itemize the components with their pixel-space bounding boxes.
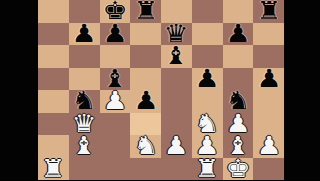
square-e6[interactable]: ♝ — [161, 45, 192, 68]
square-h2[interactable]: ♟ — [253, 135, 284, 158]
piece-white-rook[interactable]: ♜ — [41, 156, 66, 180]
square-f5[interactable]: ♟ — [192, 68, 223, 91]
piece-white-pawn[interactable]: ♟ — [102, 88, 127, 113]
piece-black-rook[interactable]: ♜ — [256, 0, 281, 23]
square-d2[interactable]: ♞ — [130, 135, 161, 158]
square-c4[interactable]: ♟ — [100, 90, 131, 113]
piece-black-pawn[interactable]: ♟ — [133, 88, 158, 113]
piece-black-pawn[interactable]: ♟ — [256, 66, 281, 91]
square-f1[interactable]: ♜ — [192, 158, 223, 181]
piece-black-bishop[interactable]: ♝ — [164, 43, 189, 68]
square-h4[interactable] — [253, 90, 284, 113]
square-h1[interactable] — [253, 158, 284, 181]
square-a1[interactable]: ♜ — [38, 158, 69, 181]
square-f7[interactable] — [192, 23, 223, 46]
piece-white-bishop[interactable]: ♝ — [72, 133, 97, 158]
square-a6[interactable] — [38, 45, 69, 68]
square-c1[interactable] — [100, 158, 131, 181]
square-g7[interactable]: ♟ — [223, 23, 254, 46]
square-a5[interactable] — [38, 68, 69, 91]
square-f8[interactable] — [192, 0, 223, 23]
piece-white-king[interactable]: ♚ — [225, 156, 250, 180]
square-c2[interactable] — [100, 135, 131, 158]
square-d1[interactable] — [130, 158, 161, 181]
square-b7[interactable]: ♟ — [69, 23, 100, 46]
square-h5[interactable]: ♟ — [253, 68, 284, 91]
square-a7[interactable] — [38, 23, 69, 46]
piece-white-rook[interactable]: ♜ — [195, 156, 220, 180]
square-g6[interactable] — [223, 45, 254, 68]
letterbox-right — [284, 0, 320, 180]
piece-black-pawn[interactable]: ♟ — [72, 21, 97, 46]
piece-black-pawn[interactable]: ♟ — [195, 66, 220, 91]
letterbox-left — [0, 0, 38, 180]
square-d4[interactable]: ♟ — [130, 90, 161, 113]
video-frame: ♚♜♜♟♟♛♟♝♝♟♟♞♟♟♞♛♞♟♝♞♟♟♝♟♜♜♚ — [0, 0, 320, 180]
square-e2[interactable]: ♟ — [161, 135, 192, 158]
square-b6[interactable] — [69, 45, 100, 68]
square-e1[interactable] — [161, 158, 192, 181]
square-d8[interactable]: ♜ — [130, 0, 161, 23]
square-b1[interactable] — [69, 158, 100, 181]
piece-black-pawn[interactable]: ♟ — [102, 21, 127, 46]
piece-white-knight[interactable]: ♞ — [133, 133, 158, 158]
square-c3[interactable] — [100, 113, 131, 136]
square-a3[interactable] — [38, 113, 69, 136]
piece-black-rook[interactable]: ♜ — [133, 0, 158, 23]
square-a8[interactable] — [38, 0, 69, 23]
square-a4[interactable] — [38, 90, 69, 113]
piece-black-pawn[interactable]: ♟ — [225, 21, 250, 46]
square-e5[interactable] — [161, 68, 192, 91]
piece-white-pawn[interactable]: ♟ — [164, 133, 189, 158]
square-c7[interactable]: ♟ — [100, 23, 131, 46]
square-h8[interactable]: ♜ — [253, 0, 284, 23]
square-b2[interactable]: ♝ — [69, 135, 100, 158]
square-e4[interactable] — [161, 90, 192, 113]
square-g1[interactable]: ♚ — [223, 158, 254, 181]
piece-white-pawn[interactable]: ♟ — [256, 133, 281, 158]
square-h7[interactable] — [253, 23, 284, 46]
square-d7[interactable] — [130, 23, 161, 46]
chess-board: ♚♜♜♟♟♛♟♝♝♟♟♞♟♟♞♛♞♟♝♞♟♟♝♟♜♜♚ — [38, 0, 284, 180]
square-d6[interactable] — [130, 45, 161, 68]
